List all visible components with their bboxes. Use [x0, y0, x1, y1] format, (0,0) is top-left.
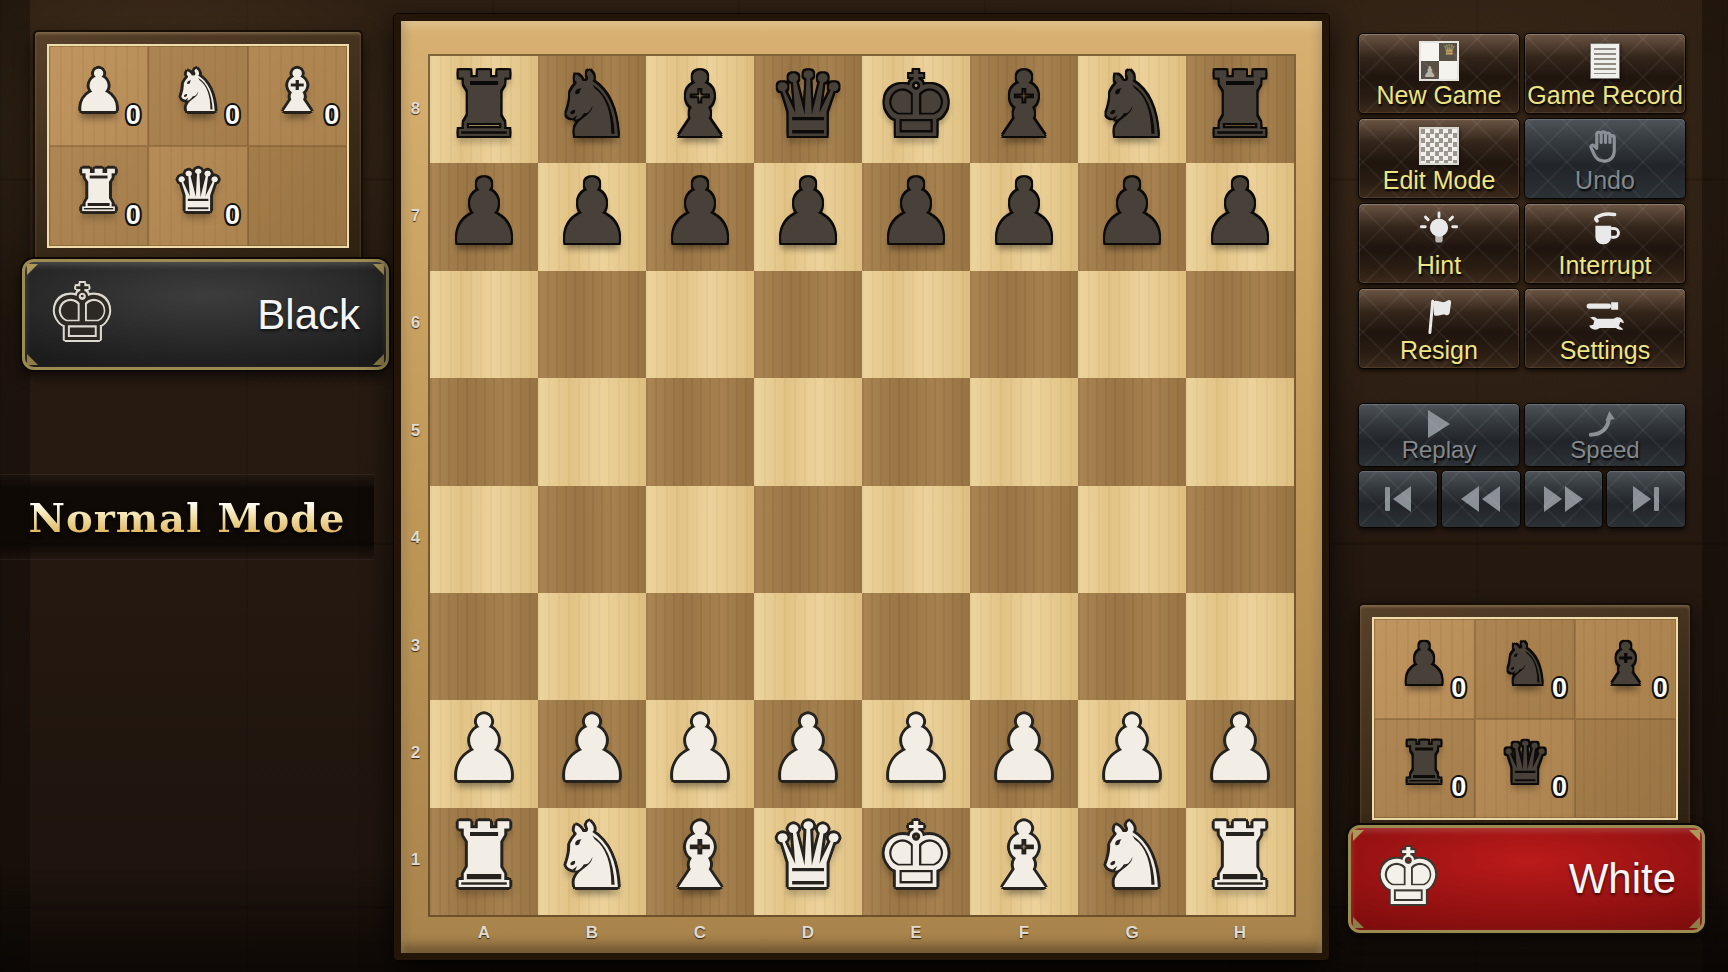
piece-black-king[interactable]: ♚: [876, 60, 957, 150]
captured-white-queen-icon: ♛: [172, 162, 224, 220]
plate-corner-ornament: [1353, 830, 1364, 841]
square-f5[interactable]: [970, 378, 1078, 485]
settings-label: Settings: [1525, 336, 1685, 365]
square-e6[interactable]: [862, 271, 970, 378]
square-e1[interactable]: ♚: [862, 808, 970, 915]
file-label-f: F: [970, 923, 1078, 943]
file-label-h: H: [1186, 923, 1294, 943]
square-e3[interactable]: [862, 593, 970, 700]
captured-count: 0: [225, 200, 240, 231]
captured-pawn-cell: ♟0: [49, 46, 148, 146]
file-label-d: D: [754, 923, 862, 943]
square-d4[interactable]: [754, 486, 862, 593]
piece-white-pawn[interactable]: ♟: [660, 704, 741, 794]
captured-piece-group: ♞0: [172, 67, 224, 125]
captured-count: 0: [1451, 673, 1466, 704]
piece-black-pawn[interactable]: ♟: [1092, 167, 1173, 257]
file-label-g: G: [1078, 923, 1186, 943]
black-player-name: Black: [257, 291, 360, 339]
mode-banner-label: Normal Mode: [28, 494, 345, 541]
square-g3[interactable]: [1078, 593, 1186, 700]
mini-board-icon: ♛♟: [1419, 39, 1459, 83]
piece-white-bishop[interactable]: ♝: [660, 811, 741, 901]
plate-corner-ornament: [1689, 917, 1700, 928]
square-a2[interactable]: ♟: [430, 700, 538, 807]
square-d8[interactable]: ♛: [754, 56, 862, 163]
captured-piece-group: ♞0: [1499, 640, 1551, 698]
action-panel: ♛♟New GameGame RecordEdit ModeUndoHintIn…: [1358, 33, 1686, 369]
chess-app-window: { "game": "chess", "position": { "fen": …: [0, 0, 1728, 972]
captured-knight-cell: ♞0: [1475, 619, 1576, 719]
board-grid: ♜♞♝♛♚♝♞♜♟♟♟♟♟♟♟♟♟♟♟♟♟♟♟♟♜♞♝♛♚♝♞♜: [430, 56, 1294, 915]
piece-white-queen[interactable]: ♛: [768, 811, 849, 901]
square-c5[interactable]: [646, 378, 754, 485]
resign-label: Resign: [1359, 336, 1519, 365]
piece-black-pawn[interactable]: ♟: [984, 167, 1065, 257]
captured-piece-group: ♝0: [1600, 640, 1652, 698]
square-g7[interactable]: ♟: [1078, 163, 1186, 270]
square-c3[interactable]: [646, 593, 754, 700]
square-d2[interactable]: ♟: [754, 700, 862, 807]
square-a7[interactable]: ♟: [430, 163, 538, 270]
flag-icon: [1417, 294, 1461, 338]
square-b5[interactable]: [538, 378, 646, 485]
square-b1[interactable]: ♞: [538, 808, 646, 915]
speed-label: Speed: [1525, 436, 1685, 464]
square-e2[interactable]: ♟: [862, 700, 970, 807]
captured-piece-group: ♟0: [1398, 640, 1450, 698]
coffee-cup-icon: [1582, 209, 1628, 253]
resign-button[interactable]: Resign: [1358, 288, 1520, 369]
piece-white-pawn[interactable]: ♟: [1200, 704, 1281, 794]
piece-black-rook[interactable]: ♜: [1200, 60, 1281, 150]
piece-black-knight[interactable]: ♞: [552, 60, 633, 150]
piece-black-pawn[interactable]: ♟: [876, 167, 957, 257]
captured-pawn-cell: ♟0: [1374, 619, 1475, 719]
piece-black-knight[interactable]: ♞: [1092, 60, 1173, 150]
piece-white-pawn[interactable]: ♟: [984, 704, 1065, 794]
rank-label-8: 8: [401, 99, 430, 119]
captured-queen-cell: ♛0: [1475, 719, 1576, 819]
captured-black-rook-icon: ♜: [1398, 734, 1450, 792]
file-label-a: A: [430, 923, 538, 943]
plate-corner-ornament: [27, 264, 38, 275]
game-record-button[interactable]: Game Record: [1524, 33, 1686, 114]
transport-row: [1358, 470, 1686, 528]
square-b2[interactable]: ♟: [538, 700, 646, 807]
captured-count: 0: [1552, 772, 1567, 803]
square-g2[interactable]: ♟: [1078, 700, 1186, 807]
edit-mode-button[interactable]: Edit Mode: [1358, 118, 1520, 199]
square-b6[interactable]: [538, 271, 646, 378]
interrupt-label: Interrupt: [1525, 251, 1685, 280]
square-c1[interactable]: ♝: [646, 808, 754, 915]
square-b7[interactable]: ♟: [538, 163, 646, 270]
square-d5[interactable]: [754, 378, 862, 485]
square-g5[interactable]: [1078, 378, 1186, 485]
captured-count: 0: [1451, 772, 1466, 803]
piece-white-knight[interactable]: ♞: [1092, 811, 1173, 901]
document-icon: [1590, 39, 1620, 83]
square-f4[interactable]: [970, 486, 1078, 593]
rank-label-2: 2: [401, 743, 430, 763]
chess-board: ♜♞♝♛♚♝♞♜♟♟♟♟♟♟♟♟♟♟♟♟♟♟♟♟♜♞♝♛♚♝♞♜ 8765432…: [394, 14, 1329, 960]
square-e8[interactable]: ♚: [862, 56, 970, 163]
captured-knight-cell: ♞0: [148, 46, 247, 146]
undo-label: Undo: [1525, 166, 1685, 195]
tools-icon: [1580, 294, 1630, 338]
replay-panel: ReplaySpeed: [1358, 403, 1686, 528]
square-d3[interactable]: [754, 593, 862, 700]
captured-count: 0: [1552, 673, 1567, 704]
rank-label-5: 5: [401, 421, 430, 441]
black-king-icon: ♚: [47, 273, 117, 351]
square-d7[interactable]: ♟: [754, 163, 862, 270]
captured-count: 0: [126, 100, 141, 131]
piece-black-pawn[interactable]: ♟: [1200, 167, 1281, 257]
plate-corner-ornament: [1353, 917, 1364, 928]
hand-icon: [1584, 124, 1626, 168]
skip-to-end-button[interactable]: [1606, 470, 1686, 528]
edit-mode-label: Edit Mode: [1359, 166, 1519, 195]
right-wood-edge: [1702, 0, 1728, 972]
square-a6[interactable]: [430, 271, 538, 378]
captured-bishop-cell: ♝0: [248, 46, 347, 146]
piece-white-pawn[interactable]: ♟: [876, 704, 957, 794]
captured-bishop-cell: ♝0: [1575, 619, 1676, 719]
square-d1[interactable]: ♛: [754, 808, 862, 915]
piece-white-rook[interactable]: ♜: [1200, 811, 1281, 901]
white-captured-grid: ♟0♞0♝0♜0♛0: [1372, 617, 1678, 820]
speed-button[interactable]: Speed: [1524, 403, 1686, 467]
square-a5[interactable]: [430, 378, 538, 485]
captured-black-knight-icon: ♞: [1499, 635, 1551, 693]
piece-white-bishop[interactable]: ♝: [984, 811, 1065, 901]
square-a3[interactable]: [430, 593, 538, 700]
piece-white-pawn[interactable]: ♟: [444, 704, 525, 794]
square-c4[interactable]: [646, 486, 754, 593]
piece-white-pawn[interactable]: ♟: [1092, 704, 1173, 794]
replay-label: Replay: [1359, 436, 1519, 464]
square-f1[interactable]: ♝: [970, 808, 1078, 915]
rank-label-3: 3: [401, 636, 430, 656]
square-g4[interactable]: [1078, 486, 1186, 593]
captured-black-pawn-icon: ♟: [1398, 635, 1450, 693]
square-g1[interactable]: ♞: [1078, 808, 1186, 915]
piece-white-pawn[interactable]: ♟: [768, 704, 849, 794]
square-h5[interactable]: [1186, 378, 1294, 485]
square-c7[interactable]: ♟: [646, 163, 754, 270]
square-e7[interactable]: ♟: [862, 163, 970, 270]
square-a1[interactable]: ♜: [430, 808, 538, 915]
square-c6[interactable]: [646, 271, 754, 378]
captured-piece-group: ♛0: [1499, 739, 1551, 797]
square-a8[interactable]: ♜: [430, 56, 538, 163]
white-captured-tray: ♟0♞0♝0♜0♛0: [1358, 603, 1692, 834]
piece-black-bishop[interactable]: ♝: [984, 60, 1065, 150]
square-g6[interactable]: [1078, 271, 1186, 378]
file-label-c: C: [646, 923, 754, 943]
settings-button[interactable]: Settings: [1524, 288, 1686, 369]
rank-label-6: 6: [401, 313, 430, 333]
piece-black-bishop[interactable]: ♝: [660, 60, 741, 150]
lightbulb-icon: [1417, 209, 1461, 253]
plate-corner-ornament: [27, 354, 38, 365]
captured-piece-group: ♟0: [73, 67, 125, 125]
square-h6[interactable]: [1186, 271, 1294, 378]
captured-white-knight-icon: ♞: [172, 62, 224, 120]
piece-black-pawn[interactable]: ♟: [444, 167, 525, 257]
square-b8[interactable]: ♞: [538, 56, 646, 163]
hint-button[interactable]: Hint: [1358, 203, 1520, 284]
square-b4[interactable]: [538, 486, 646, 593]
square-f8[interactable]: ♝: [970, 56, 1078, 163]
game-record-label: Game Record: [1525, 81, 1685, 110]
captured-piece-group: ♜0: [73, 167, 125, 225]
captured-white-pawn-icon: ♟: [73, 62, 125, 120]
mode-banner: Normal Mode: [0, 474, 374, 560]
piece-white-knight[interactable]: ♞: [552, 811, 633, 901]
white-player-name: White: [1569, 855, 1676, 903]
file-label-e: E: [862, 923, 970, 943]
captured-queen-cell: ♛0: [148, 146, 247, 246]
captured-piece-group: ♜0: [1398, 739, 1450, 797]
square-g8[interactable]: ♞: [1078, 56, 1186, 163]
captured-white-bishop-icon: ♝: [271, 62, 323, 120]
plate-corner-ornament: [1689, 830, 1700, 841]
piece-black-pawn[interactable]: ♟: [660, 167, 741, 257]
rewind-button[interactable]: [1441, 470, 1521, 528]
square-h7[interactable]: ♟: [1186, 163, 1294, 270]
square-e4[interactable]: [862, 486, 970, 593]
empty-tray-cell: [248, 146, 347, 246]
captured-piece-group: ♝0: [271, 67, 323, 125]
rank-label-4: 4: [401, 528, 430, 548]
square-e5[interactable]: [862, 378, 970, 485]
fast-forward-button[interactable]: [1524, 470, 1604, 528]
captured-black-queen-icon: ♛: [1499, 734, 1551, 792]
captured-piece-group: ♛0: [172, 167, 224, 225]
captured-rook-cell: ♜0: [1374, 719, 1475, 819]
piece-white-king[interactable]: ♚: [876, 811, 957, 901]
square-b3[interactable]: [538, 593, 646, 700]
plate-corner-ornament: [373, 354, 384, 365]
square-h2[interactable]: ♟: [1186, 700, 1294, 807]
black-player-plate: ♚ Black: [22, 259, 389, 370]
black-captured-tray: ♟0♞0♝0♜0♛0: [33, 30, 363, 262]
square-h3[interactable]: [1186, 593, 1294, 700]
square-f3[interactable]: [970, 593, 1078, 700]
replay-button[interactable]: Replay: [1358, 403, 1520, 467]
square-f6[interactable]: [970, 271, 1078, 378]
square-f7[interactable]: ♟: [970, 163, 1078, 270]
square-f2[interactable]: ♟: [970, 700, 1078, 807]
rank-label-7: 7: [401, 206, 430, 226]
hint-label: Hint: [1359, 251, 1519, 280]
square-h1[interactable]: ♜: [1186, 808, 1294, 915]
piece-white-pawn[interactable]: ♟: [552, 704, 633, 794]
captured-count: 0: [324, 100, 339, 131]
piece-black-queen[interactable]: ♛: [768, 60, 849, 150]
new-game-label: New Game: [1359, 81, 1519, 110]
piece-black-rook[interactable]: ♜: [444, 60, 525, 150]
captured-black-bishop-icon: ♝: [1600, 635, 1652, 693]
piece-black-pawn[interactable]: ♟: [768, 167, 849, 257]
white-king-icon: ♚: [1373, 838, 1443, 916]
replay-row: ReplaySpeed: [1358, 403, 1686, 467]
checkerboard-icon: [1419, 124, 1459, 168]
interrupt-button[interactable]: Interrupt: [1524, 203, 1686, 284]
undo-button[interactable]: Undo: [1524, 118, 1686, 199]
rank-label-1: 1: [401, 850, 430, 870]
piece-black-pawn[interactable]: ♟: [552, 167, 633, 257]
square-c8[interactable]: ♝: [646, 56, 754, 163]
white-player-plate: ♚ White: [1348, 825, 1705, 933]
captured-count: 0: [225, 100, 240, 131]
plate-corner-ornament: [373, 264, 384, 275]
square-h4[interactable]: [1186, 486, 1294, 593]
new-game-button[interactable]: ♛♟New Game: [1358, 33, 1520, 114]
captured-count: 0: [126, 200, 141, 231]
empty-tray-cell: [1575, 719, 1676, 819]
square-h8[interactable]: ♜: [1186, 56, 1294, 163]
captured-rook-cell: ♜0: [49, 146, 148, 246]
skip-to-start-button[interactable]: [1358, 470, 1438, 528]
captured-white-rook-icon: ♜: [73, 162, 125, 220]
file-label-b: B: [538, 923, 646, 943]
piece-white-rook[interactable]: ♜: [444, 811, 525, 901]
square-a4[interactable]: [430, 486, 538, 593]
square-c2[interactable]: ♟: [646, 700, 754, 807]
square-d6[interactable]: [754, 271, 862, 378]
black-captured-grid: ♟0♞0♝0♜0♛0: [47, 44, 349, 248]
captured-count: 0: [1653, 673, 1668, 704]
